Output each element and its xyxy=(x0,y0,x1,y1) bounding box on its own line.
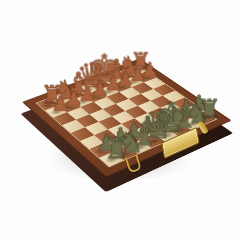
square-a7[interactable]: ♟ xyxy=(45,105,67,118)
board-3d-scene: ♜♞♝♛♚♝♞♜♟♟♟♟♟♟♟♟♟♟♟♟♟♟♟♟♜♞♝♛♚♝♞♜ xyxy=(0,0,240,240)
product-photo-stage: ♜♞♝♛♚♝♞♜♟♟♟♟♟♟♟♟♟♟♟♟♟♟♟♟♜♞♝♛♚♝♞♜ xyxy=(0,0,240,240)
square-a1[interactable]: ♜ xyxy=(99,151,123,166)
piece-copper-pawn[interactable]: ♟ xyxy=(38,94,82,115)
